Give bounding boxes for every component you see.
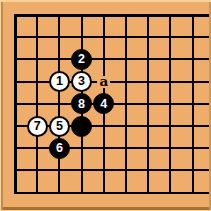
stone-white-5: 5 (49, 116, 70, 137)
grid-line-horizontal-8 (14, 192, 210, 194)
stone-number: 4 (100, 98, 107, 111)
stone-black-unnumbered (71, 116, 92, 137)
stone-black-6: 6 (49, 138, 70, 159)
grid-line-vertical-7 (169, 14, 171, 194)
stone-number: 8 (78, 98, 85, 111)
grid-line-horizontal-2 (14, 58, 210, 60)
stone-white-3: 3 (71, 71, 92, 92)
stone-number: 7 (34, 120, 41, 133)
grid-line-horizontal-3 (14, 81, 210, 83)
grid-line-horizontal-0 (14, 14, 210, 17)
grid-line-horizontal-7 (14, 169, 210, 171)
stone-number: 6 (56, 142, 63, 155)
stone-number: 3 (78, 75, 85, 88)
grid-line-horizontal-1 (14, 36, 210, 38)
grid-line-vertical-6 (147, 14, 149, 194)
stone-white-7: 7 (27, 116, 48, 137)
stone-black-2: 2 (71, 49, 92, 70)
stone-black-4: 4 (93, 93, 114, 114)
point-label-a: a (97, 76, 110, 88)
stone-white-1: 1 (49, 71, 70, 92)
stone-number: 5 (56, 120, 63, 133)
grid-line-vertical-5 (125, 14, 127, 194)
stone-number: 2 (78, 53, 85, 66)
stone-black-8: 8 (71, 93, 92, 114)
grid-line-horizontal-6 (14, 147, 210, 149)
stone-number: 1 (56, 75, 63, 88)
grid-line-vertical-8 (192, 14, 194, 194)
go-board: 21384756a (0, 0, 211, 211)
